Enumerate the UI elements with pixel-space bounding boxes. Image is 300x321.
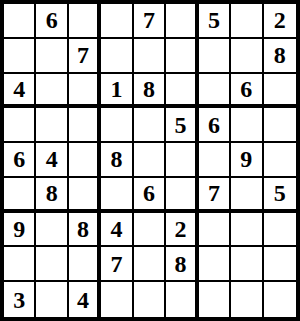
cell-r9c1-given[interactable]: 3 bbox=[4, 282, 36, 317]
cell-r7c1-given[interactable]: 9 bbox=[4, 213, 36, 248]
cell-r8c6-given[interactable]: 8 bbox=[166, 247, 198, 282]
cell-r9c2[interactable] bbox=[36, 282, 68, 317]
cell-r4c6-given[interactable]: 5 bbox=[166, 108, 198, 143]
cell-r8c4-given[interactable]: 7 bbox=[101, 247, 133, 282]
cell-r3c6[interactable] bbox=[166, 74, 198, 109]
cell-r5c2-given[interactable]: 4 bbox=[36, 143, 68, 178]
cell-r7c8[interactable] bbox=[231, 213, 263, 248]
cell-r6c9-given[interactable]: 5 bbox=[264, 178, 296, 213]
cell-r4c7-given[interactable]: 6 bbox=[199, 108, 231, 143]
cell-r5c3[interactable] bbox=[69, 143, 101, 178]
cell-r6c4[interactable] bbox=[101, 178, 133, 213]
cell-r5c5[interactable] bbox=[134, 143, 166, 178]
cell-r1c5-given[interactable]: 7 bbox=[134, 4, 166, 39]
cell-r8c9[interactable] bbox=[264, 247, 296, 282]
cell-r7c6-given[interactable]: 2 bbox=[166, 213, 198, 248]
cell-r7c5[interactable] bbox=[134, 213, 166, 248]
cell-r1c9-given[interactable]: 2 bbox=[264, 4, 296, 39]
cell-r3c2[interactable] bbox=[36, 74, 68, 109]
cell-r5c1-given[interactable]: 6 bbox=[4, 143, 36, 178]
cell-r1c7-given[interactable]: 5 bbox=[199, 4, 231, 39]
cell-r8c7[interactable] bbox=[199, 247, 231, 282]
cell-r5c6[interactable] bbox=[166, 143, 198, 178]
cell-r1c3[interactable] bbox=[69, 4, 101, 39]
cell-r2c1[interactable] bbox=[4, 39, 36, 74]
cell-r4c3[interactable] bbox=[69, 108, 101, 143]
sudoku-board: 6752784186566489867598427834 bbox=[0, 0, 300, 321]
cell-r4c5[interactable] bbox=[134, 108, 166, 143]
cell-r1c1[interactable] bbox=[4, 4, 36, 39]
cell-r6c3[interactable] bbox=[69, 178, 101, 213]
cell-r7c4-given[interactable]: 4 bbox=[101, 213, 133, 248]
cell-r1c8[interactable] bbox=[231, 4, 263, 39]
cell-r6c2-given[interactable]: 8 bbox=[36, 178, 68, 213]
cell-r3c9[interactable] bbox=[264, 74, 296, 109]
cell-r1c2-given[interactable]: 6 bbox=[36, 4, 68, 39]
cell-r2c6[interactable] bbox=[166, 39, 198, 74]
cell-r9c3-given[interactable]: 4 bbox=[69, 282, 101, 317]
cell-r2c8[interactable] bbox=[231, 39, 263, 74]
cell-r9c8[interactable] bbox=[231, 282, 263, 317]
cell-r2c7[interactable] bbox=[199, 39, 231, 74]
cell-r1c4[interactable] bbox=[101, 4, 133, 39]
cell-r9c7[interactable] bbox=[199, 282, 231, 317]
cell-r6c6[interactable] bbox=[166, 178, 198, 213]
cell-r8c1[interactable] bbox=[4, 247, 36, 282]
cell-r3c4-given[interactable]: 1 bbox=[101, 74, 133, 109]
cell-r3c5-given[interactable]: 8 bbox=[134, 74, 166, 109]
cell-r5c8-given[interactable]: 9 bbox=[231, 143, 263, 178]
cell-r9c6[interactable] bbox=[166, 282, 198, 317]
cell-r3c7[interactable] bbox=[199, 74, 231, 109]
cell-r8c2[interactable] bbox=[36, 247, 68, 282]
cell-r6c8[interactable] bbox=[231, 178, 263, 213]
cell-r4c4[interactable] bbox=[101, 108, 133, 143]
cell-r2c9-given[interactable]: 8 bbox=[264, 39, 296, 74]
cell-r2c5[interactable] bbox=[134, 39, 166, 74]
cell-r8c8[interactable] bbox=[231, 247, 263, 282]
cell-r3c8-given[interactable]: 6 bbox=[231, 74, 263, 109]
cell-r4c9[interactable] bbox=[264, 108, 296, 143]
cell-r6c7-given[interactable]: 7 bbox=[199, 178, 231, 213]
cell-r2c2[interactable] bbox=[36, 39, 68, 74]
cell-r8c3[interactable] bbox=[69, 247, 101, 282]
cell-r5c7[interactable] bbox=[199, 143, 231, 178]
cell-r7c2[interactable] bbox=[36, 213, 68, 248]
cell-r7c9[interactable] bbox=[264, 213, 296, 248]
cell-r9c5[interactable] bbox=[134, 282, 166, 317]
cell-r7c3-given[interactable]: 8 bbox=[69, 213, 101, 248]
cell-r4c8[interactable] bbox=[231, 108, 263, 143]
cell-r2c3-given[interactable]: 7 bbox=[69, 39, 101, 74]
cell-r4c2[interactable] bbox=[36, 108, 68, 143]
cell-r2c4[interactable] bbox=[101, 39, 133, 74]
cell-r3c1-given[interactable]: 4 bbox=[4, 74, 36, 109]
cell-r5c4-given[interactable]: 8 bbox=[101, 143, 133, 178]
cell-r7c7[interactable] bbox=[199, 213, 231, 248]
cell-r6c5-given[interactable]: 6 bbox=[134, 178, 166, 213]
cell-r1c6[interactable] bbox=[166, 4, 198, 39]
cell-r9c9[interactable] bbox=[264, 282, 296, 317]
cell-r4c1[interactable] bbox=[4, 108, 36, 143]
cell-r6c1[interactable] bbox=[4, 178, 36, 213]
cell-r5c9[interactable] bbox=[264, 143, 296, 178]
cell-r8c5[interactable] bbox=[134, 247, 166, 282]
cell-r3c3[interactable] bbox=[69, 74, 101, 109]
cell-r9c4[interactable] bbox=[101, 282, 133, 317]
